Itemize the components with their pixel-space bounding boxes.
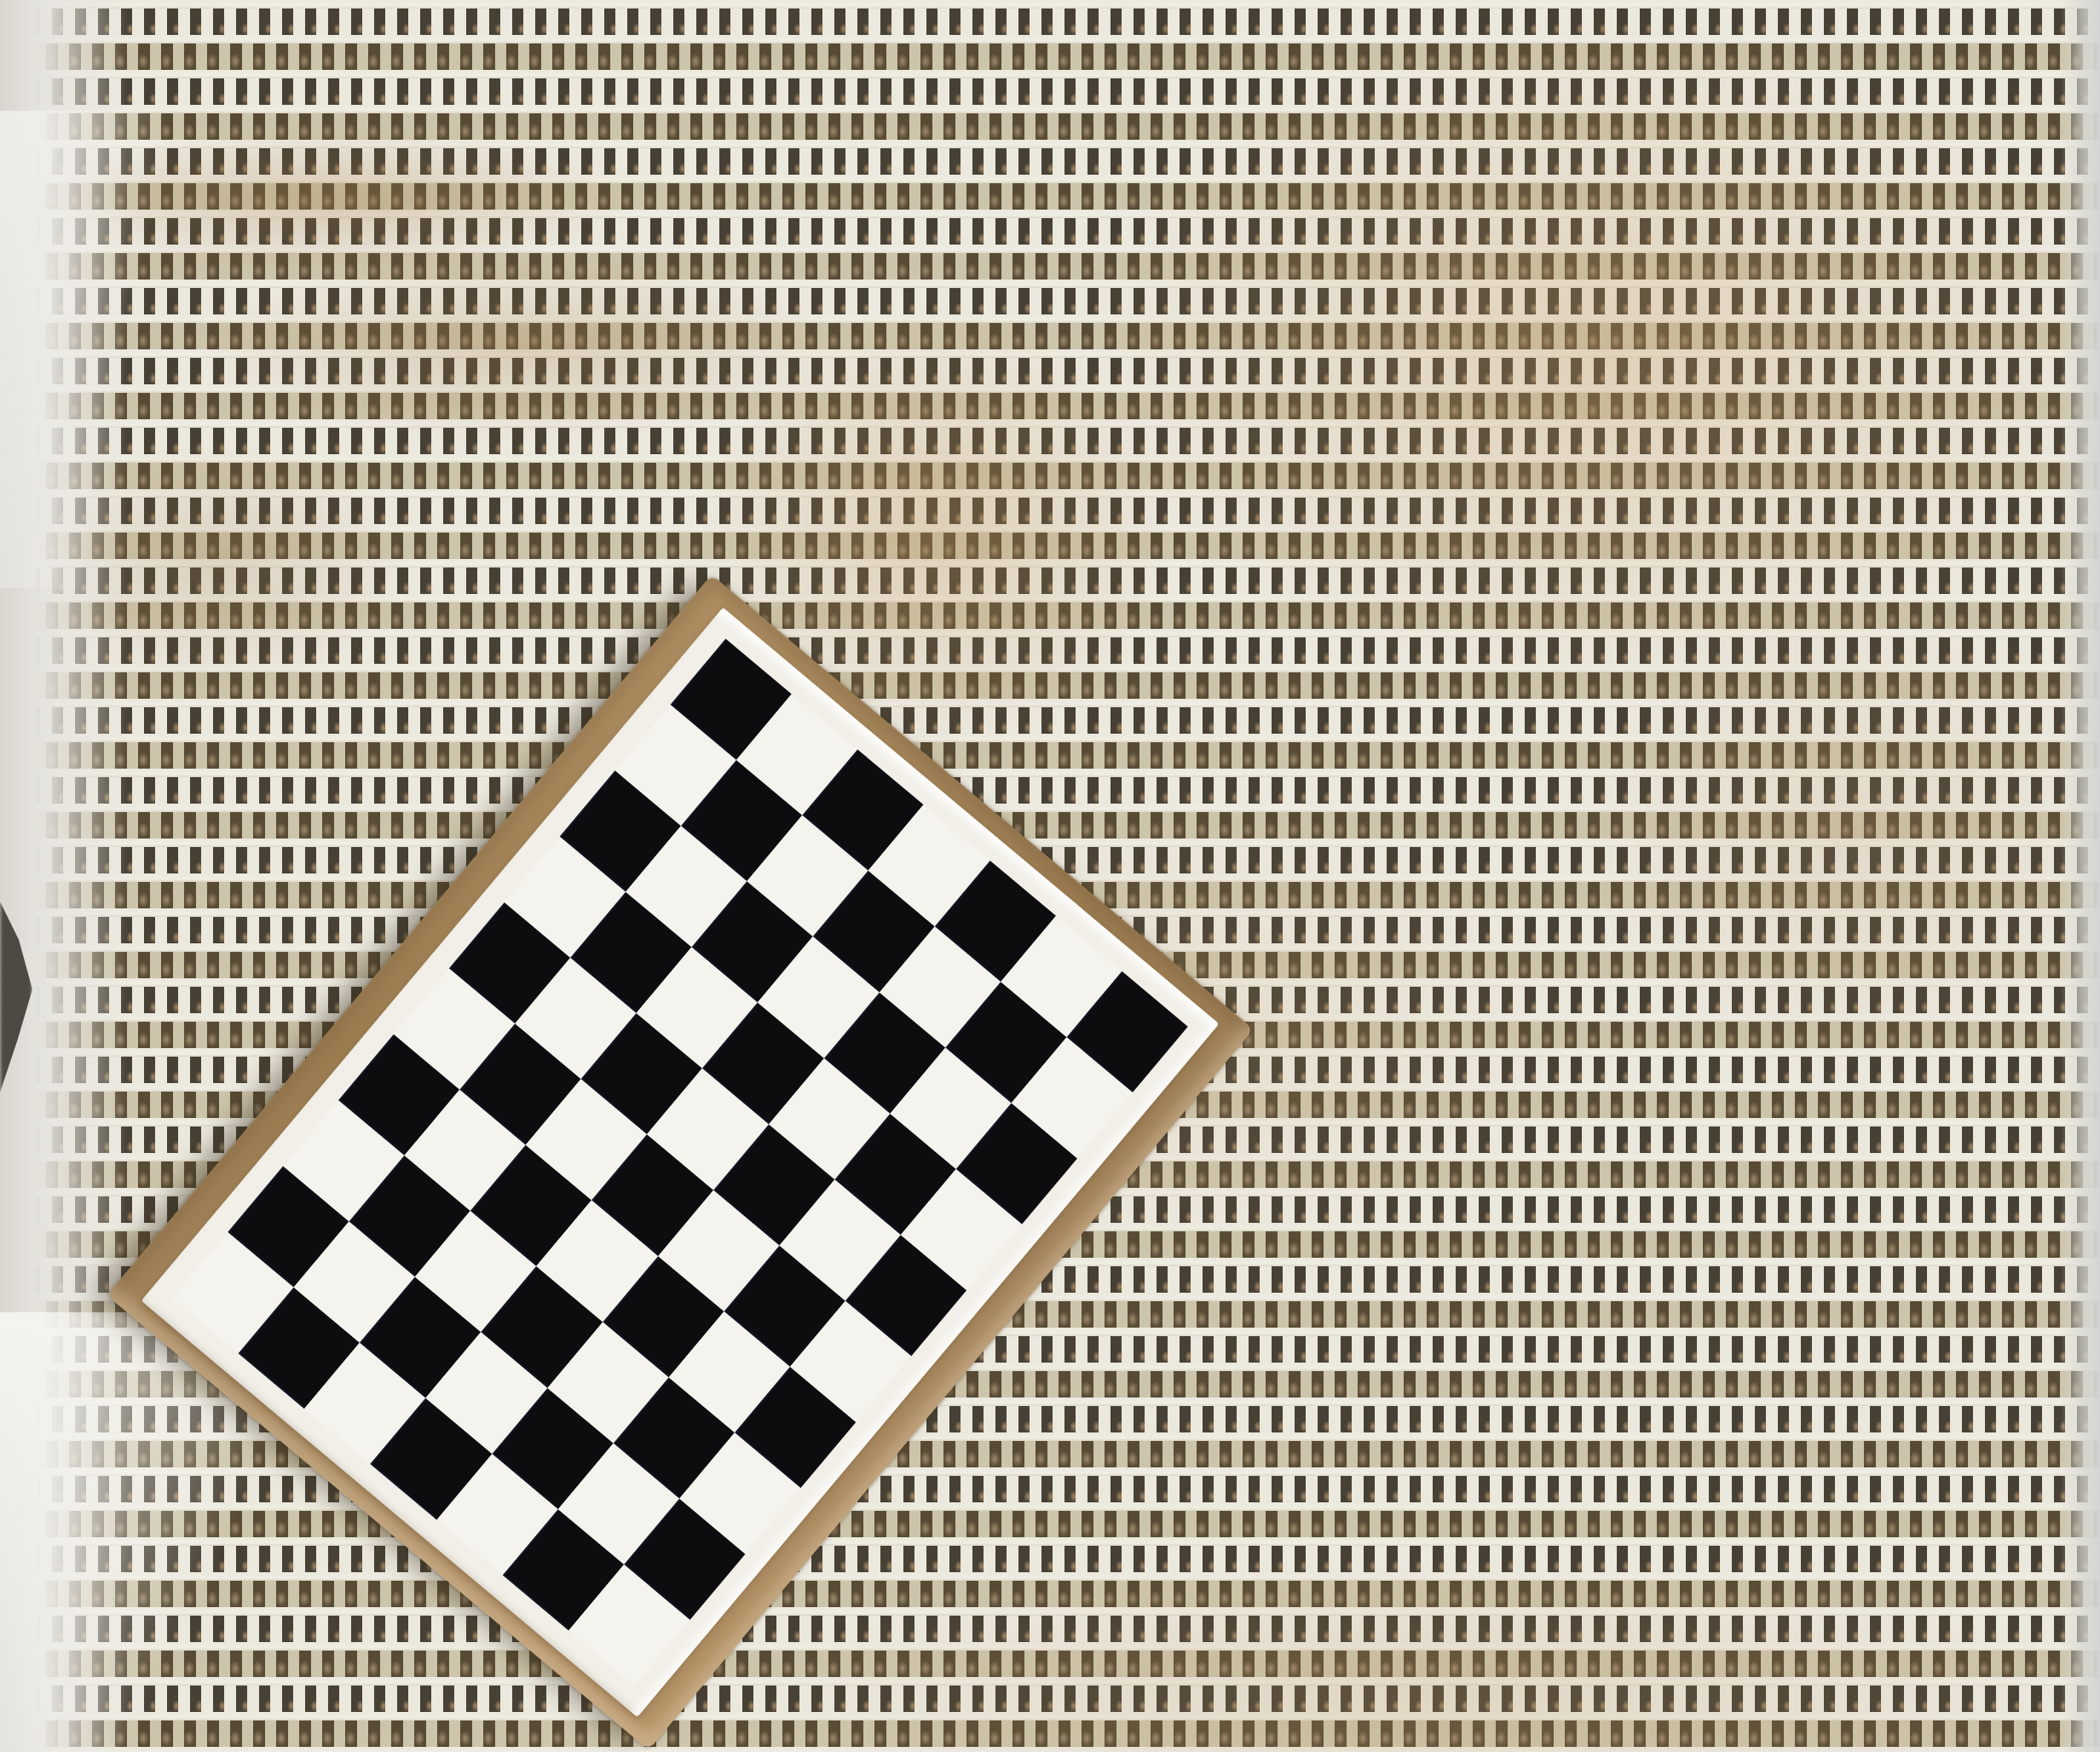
photo-scene	[0, 0, 2100, 1752]
